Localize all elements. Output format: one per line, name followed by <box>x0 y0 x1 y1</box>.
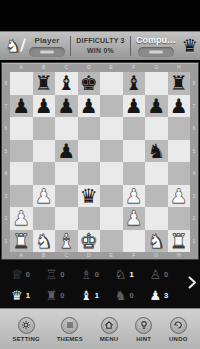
win-percent-label: WIN 0% <box>87 47 114 55</box>
square-h2[interactable] <box>168 207 191 230</box>
square-g1[interactable]: ♞ <box>145 230 168 253</box>
square-a1[interactable]: ♜ <box>10 230 33 253</box>
square-f3[interactable]: ♟ <box>123 185 146 208</box>
square-a3[interactable] <box>10 185 33 208</box>
square-f6[interactable] <box>123 117 146 140</box>
piece-black-pawn: ♟ <box>12 95 30 117</box>
square-c8[interactable]: ♝ <box>55 72 78 95</box>
knight-icon: ♞ <box>115 289 127 302</box>
square-d8[interactable]: ♚ <box>78 72 101 95</box>
black-queen-crown-icon: ♛ <box>182 37 198 55</box>
captured-count: 1 <box>95 291 99 300</box>
white-knight-icon: ♞ <box>5 35 21 57</box>
menu-button[interactable]: MENU <box>100 317 118 342</box>
rank-label: 5 <box>2 140 10 163</box>
lightbulb-icon <box>135 317 152 334</box>
square-d6[interactable] <box>78 117 101 140</box>
square-a5[interactable] <box>10 140 33 163</box>
piece-white-rook: ♜ <box>170 230 188 252</box>
rank-label: 1 <box>2 230 10 253</box>
file-labels-bottom: ABCDEFGH <box>2 252 198 259</box>
queen-icon: ♕ <box>11 268 23 281</box>
gear-icon <box>18 317 35 334</box>
chess-app-screen: ♞ Player DIFFICULTY 3 WIN 0% Computer ♛ … <box>0 0 200 349</box>
square-c4[interactable] <box>55 162 78 185</box>
captured-rook-white-losses: ♜0 <box>46 289 81 302</box>
square-e3[interactable] <box>100 185 123 208</box>
bishop-icon: ♝ <box>80 289 92 302</box>
square-d5[interactable] <box>78 140 101 163</box>
piece-white-pawn: ♟ <box>170 185 188 207</box>
game-info: DIFFICULTY 3 WIN 0% <box>76 37 125 55</box>
setting-button[interactable]: SETTING <box>12 317 39 342</box>
file-label: E <box>100 63 123 72</box>
piece-black-rook: ♜ <box>170 72 188 94</box>
topbar-divider-right <box>130 36 131 56</box>
square-b8[interactable]: ♜ <box>33 72 56 95</box>
hint-button[interactable]: HINT <box>135 317 152 342</box>
piece-black-king: ♚ <box>80 72 98 94</box>
square-c2[interactable] <box>55 207 78 230</box>
rank-label: 7 <box>2 95 10 118</box>
topbar-divider-left <box>70 36 71 56</box>
square-b3[interactable]: ♟ <box>33 185 56 208</box>
piece-white-knight: ♞ <box>35 230 53 252</box>
home-icon <box>101 317 118 334</box>
piece-black-pawn: ♟ <box>170 95 188 117</box>
themes-label: THEMES <box>57 336 83 342</box>
player-timer-pill <box>29 47 65 57</box>
undo-label: UNDO <box>169 336 187 342</box>
captured-row-white-losses: ♛1♜0♝1♞0♟3 <box>11 285 184 306</box>
piece-white-pawn: ♟ <box>12 207 30 229</box>
bishop-icon: ♗ <box>80 268 92 281</box>
square-f1[interactable] <box>123 230 146 253</box>
rank-label: 6 <box>2 117 10 140</box>
expand-captured-chevron[interactable] <box>188 275 197 293</box>
captured-rook-black-losses: ♖0 <box>46 268 81 281</box>
rank-label: 4 <box>190 162 198 185</box>
piece-black-knight: ♞ <box>147 140 165 162</box>
piece-white-pawn: ♟ <box>125 185 143 207</box>
captured-count: 3 <box>164 291 168 300</box>
square-a6[interactable] <box>10 117 33 140</box>
pawn-icon: ♙ <box>149 268 161 281</box>
piece-white-pawn: ♟ <box>35 185 53 207</box>
file-label: G <box>145 252 168 259</box>
difficulty-label: DIFFICULTY 3 <box>76 37 124 45</box>
rook-icon: ♜ <box>46 289 58 302</box>
captured-queen-white-losses: ♛1 <box>11 289 46 302</box>
square-c5[interactable]: ♟ <box>55 140 78 163</box>
computer-side: Computer <box>136 35 176 57</box>
captured-knight-black-losses: ♘1 <box>115 268 150 281</box>
bottom-toolbar: SETTING THEMES MENU HINT UNDO <box>0 308 200 349</box>
rank-labels-right: 87654321 <box>190 72 198 252</box>
captured-pieces-panel: ♕0♖0♗0♘1♙0 ♛1♜0♝1♞0♟3 <box>0 260 200 308</box>
player-piece-icon: ♞ <box>5 35 29 57</box>
square-b7[interactable]: ♟ <box>33 95 56 118</box>
rank-label: 6 <box>190 117 198 140</box>
captured-count: 0 <box>60 270 64 279</box>
square-g4[interactable] <box>145 162 168 185</box>
captured-row-black-losses: ♕0♖0♗0♘1♙0 <box>11 264 184 285</box>
rank-label: 4 <box>2 162 10 185</box>
setting-label: SETTING <box>12 336 39 342</box>
piece-white-bishop: ♝ <box>57 230 75 252</box>
square-c3[interactable] <box>55 185 78 208</box>
piece-black-pawn: ♟ <box>147 95 165 117</box>
file-label: H <box>168 252 191 259</box>
captured-queen-black-losses: ♕0 <box>11 268 46 281</box>
captured-count: 1 <box>26 291 30 300</box>
square-c6[interactable] <box>55 117 78 140</box>
computer-timer-pill <box>138 47 174 57</box>
square-c7[interactable]: ♟ <box>55 95 78 118</box>
square-f7[interactable]: ♟ <box>123 95 146 118</box>
piece-black-pawn: ♟ <box>80 95 98 117</box>
file-label: E <box>100 252 123 259</box>
square-a2[interactable]: ♟ <box>10 207 33 230</box>
captured-bishop-black-losses: ♗0 <box>80 268 115 281</box>
rank-label: 8 <box>190 72 198 95</box>
chess-board: ABCDEFGH 87654321 ♜♝♚♝♜♟♟♟♟♟♟♟♟♞♟♛♟♟♟♟♜♞… <box>1 62 199 260</box>
hint-label: HINT <box>136 336 151 342</box>
rank-label: 3 <box>2 185 10 208</box>
status-space <box>0 0 200 31</box>
square-g2[interactable] <box>145 207 168 230</box>
board-squares: ♜♝♚♝♜♟♟♟♟♟♟♟♟♞♟♛♟♟♟♟♜♞♝♚♞♜ <box>10 72 190 252</box>
captured-count: 0 <box>129 291 133 300</box>
player-label: Player <box>34 36 59 45</box>
rank-label: 2 <box>190 207 198 230</box>
undo-button[interactable]: UNDO <box>169 317 187 342</box>
knight-icon: ♘ <box>115 268 127 281</box>
rank-label: 5 <box>190 140 198 163</box>
piece-black-queen: ♛ <box>80 185 98 207</box>
square-b5[interactable] <box>33 140 56 163</box>
square-h5[interactable] <box>168 140 191 163</box>
file-label: G <box>145 63 168 72</box>
square-g5[interactable]: ♞ <box>145 140 168 163</box>
queen-icon: ♛ <box>11 289 23 302</box>
captured-count: 1 <box>129 270 133 279</box>
top-player-bar: ♞ Player DIFFICULTY 3 WIN 0% Computer ♛ <box>0 31 200 60</box>
square-e6[interactable] <box>100 117 123 140</box>
rank-label: 7 <box>190 95 198 118</box>
captured-count: 0 <box>164 270 168 279</box>
piece-black-pawn: ♟ <box>57 95 75 117</box>
square-e2[interactable] <box>100 207 123 230</box>
file-label: A <box>10 252 33 259</box>
piece-black-bishop: ♝ <box>57 72 75 94</box>
piece-black-pawn: ♟ <box>57 140 75 162</box>
square-b1[interactable]: ♞ <box>33 230 56 253</box>
captured-knight-white-losses: ♞0 <box>115 289 150 302</box>
square-d7[interactable]: ♟ <box>78 95 101 118</box>
captured-pawn-black-losses: ♙0 <box>149 268 184 281</box>
pawn-icon: ♟ <box>149 289 161 302</box>
square-h1[interactable]: ♜ <box>168 230 191 253</box>
list-icon <box>61 317 78 334</box>
square-g3[interactable] <box>145 185 168 208</box>
rank-label: 8 <box>2 72 10 95</box>
square-g6[interactable] <box>145 117 168 140</box>
square-e8[interactable] <box>100 72 123 95</box>
captured-bishop-white-losses: ♝1 <box>80 289 115 302</box>
square-h6[interactable] <box>168 117 191 140</box>
piece-black-rook: ♜ <box>35 72 53 94</box>
piece-white-knight: ♞ <box>147 230 165 252</box>
file-labels-top: ABCDEFGH <box>2 63 198 72</box>
square-g7[interactable]: ♟ <box>145 95 168 118</box>
square-d4[interactable] <box>78 162 101 185</box>
file-label: C <box>55 252 78 259</box>
square-b4[interactable] <box>33 162 56 185</box>
undo-arrow-icon <box>170 317 187 334</box>
square-f4[interactable] <box>123 162 146 185</box>
piece-black-pawn: ♟ <box>125 95 143 117</box>
file-label: F <box>123 252 146 259</box>
square-f8[interactable]: ♝ <box>123 72 146 95</box>
captured-count: 0 <box>60 291 64 300</box>
computer-label: Computer <box>136 35 176 45</box>
piece-white-rook: ♜ <box>12 230 30 252</box>
rank-labels-left: 87654321 <box>2 72 10 252</box>
rank-label: 2 <box>2 207 10 230</box>
file-label: A <box>10 63 33 72</box>
rook-icon: ♖ <box>46 268 58 281</box>
square-h8[interactable]: ♜ <box>168 72 191 95</box>
square-a4[interactable] <box>10 162 33 185</box>
file-label: D <box>78 252 101 259</box>
square-e4[interactable] <box>100 162 123 185</box>
piece-black-bishop: ♝ <box>125 72 143 94</box>
themes-button[interactable]: THEMES <box>57 317 83 342</box>
square-h7[interactable]: ♟ <box>168 95 191 118</box>
square-d1[interactable]: ♚ <box>78 230 101 253</box>
square-d3[interactable]: ♛ <box>78 185 101 208</box>
menu-label: MENU <box>100 336 118 342</box>
square-a7[interactable]: ♟ <box>10 95 33 118</box>
captured-pawn-white-losses: ♟3 <box>149 289 184 302</box>
rank-label: 3 <box>190 185 198 208</box>
player-side: Player <box>29 36 65 57</box>
square-g8[interactable] <box>145 72 168 95</box>
square-h3[interactable]: ♟ <box>168 185 191 208</box>
square-f5[interactable] <box>123 140 146 163</box>
square-e7[interactable] <box>100 95 123 118</box>
piece-white-pawn: ♟ <box>125 207 143 229</box>
piece-black-pawn: ♟ <box>35 95 53 117</box>
square-e1[interactable] <box>100 230 123 253</box>
square-e5[interactable] <box>100 140 123 163</box>
file-label: B <box>33 252 56 259</box>
square-b2[interactable] <box>33 207 56 230</box>
piece-white-king: ♚ <box>80 230 98 252</box>
captured-count: 0 <box>95 270 99 279</box>
square-f2[interactable]: ♟ <box>123 207 146 230</box>
captured-count: 0 <box>26 270 30 279</box>
square-b6[interactable] <box>33 117 56 140</box>
square-a8[interactable] <box>10 72 33 95</box>
square-h4[interactable] <box>168 162 191 185</box>
square-d2[interactable] <box>78 207 101 230</box>
square-c1[interactable]: ♝ <box>55 230 78 253</box>
rank-label: 1 <box>190 230 198 253</box>
